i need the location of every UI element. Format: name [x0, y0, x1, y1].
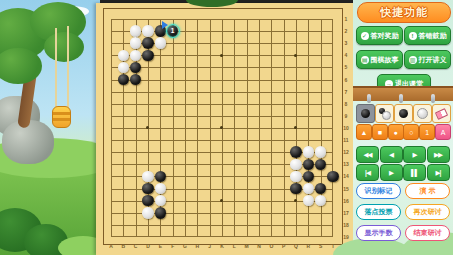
white-stone[interactable] — [290, 171, 302, 183]
black-stone[interactable] — [303, 159, 315, 171]
black-stone-tool-2[interactable] — [394, 104, 413, 123]
black-stone-icon — [399, 109, 408, 118]
action-button-label: 打开讲义 — [419, 55, 447, 65]
panel-title-banner: 快捷功能 — [357, 2, 451, 23]
black-stone-tool[interactable] — [356, 104, 375, 123]
white-stone-icon — [417, 108, 428, 119]
coordinate-column-label: L — [233, 243, 236, 249]
coordinate-column-label: T — [331, 243, 334, 249]
marker-tool-4[interactable]: ○ — [403, 124, 419, 140]
coordinate-row-label: 12 — [343, 149, 349, 155]
coordinate-row-label: 7 — [345, 89, 348, 95]
black-stone[interactable] — [155, 207, 167, 219]
pill-button-5[interactable]: 显示手数 — [356, 225, 401, 241]
coordinate-column-label: J — [208, 243, 211, 249]
coordinate-column-label: M — [245, 243, 249, 249]
coordinate-column-label: G — [183, 243, 187, 249]
white-stone[interactable] — [290, 159, 302, 171]
nav-button-fast-forward[interactable]: ▶▶ — [427, 146, 450, 163]
coordinate-row-label: 15 — [343, 186, 349, 192]
white-stone-icon — [382, 111, 391, 120]
white-stone[interactable] — [142, 25, 154, 37]
white-stone[interactable] — [142, 207, 154, 219]
black-stone[interactable] — [142, 37, 154, 49]
coordinate-column-label: Q — [294, 243, 298, 249]
coordinate-row-label: 3 — [345, 40, 348, 46]
nav-button-forward[interactable]: ▶ — [403, 146, 426, 163]
coordinate-column-label: A — [109, 243, 113, 249]
go-board[interactable]: 1ABCDEFGHJKLMNOPQRST12345678910111213141… — [96, 3, 353, 255]
coordinate-column-label: E — [159, 243, 162, 249]
coordinate-column-label: N — [257, 243, 261, 249]
action-button-check-badge[interactable]: ✓答对奖励 — [356, 26, 403, 45]
coordinate-row-label: 17 — [343, 210, 349, 216]
pill-button-6[interactable]: 结束研讨 — [405, 225, 450, 241]
alternate-stones-tool[interactable] — [375, 104, 394, 123]
coordinate-row-label: 6 — [345, 77, 348, 83]
nav-button-fast-back[interactable]: ◀◀ — [356, 146, 379, 163]
coordinate-column-label: R — [307, 243, 311, 249]
swing-rope — [55, 28, 57, 108]
black-stone-icon — [361, 109, 370, 118]
coordinate-row-label: 4 — [345, 52, 348, 58]
coordinate-row-label: 18 — [343, 222, 349, 228]
coordinate-row-label: 11 — [343, 137, 348, 143]
coordinate-column-label: B — [122, 243, 126, 249]
nav-button-play[interactable]: ▶ — [380, 164, 403, 181]
black-stone[interactable] — [290, 146, 302, 158]
nav-button-pause[interactable]: ▌▌ — [403, 164, 426, 181]
action-button-star-badge[interactable]: !答错鼓励 — [404, 26, 451, 45]
book-icon: ▤ — [361, 56, 369, 64]
coordinate-row-label: 19 — [343, 234, 349, 240]
action-button-label: 答错鼓励 — [419, 31, 447, 41]
coordinate-row-label: 10 — [343, 125, 349, 131]
marker-tool-6[interactable]: A — [435, 124, 451, 140]
coordinate-column-label: C — [134, 243, 138, 249]
marker-tool-3[interactable]: ● — [388, 124, 404, 140]
marker-tool-2[interactable]: ■ — [372, 124, 388, 140]
pill-button-2[interactable]: 演 示 — [405, 183, 450, 199]
check-badge-icon: ✓ — [361, 32, 369, 40]
eraser-tool[interactable] — [432, 104, 451, 123]
coordinate-row-label: 13 — [343, 161, 349, 167]
marker-tool-5[interactable]: 1 — [419, 124, 435, 140]
black-stone[interactable] — [290, 183, 302, 195]
white-stone[interactable] — [155, 37, 167, 49]
coordinate-column-label: S — [319, 243, 322, 249]
coordinate-column-label: O — [269, 243, 273, 249]
coordinate-column-label: F — [171, 243, 174, 249]
landscape-background — [0, 0, 100, 255]
marker-tool-1[interactable]: ▲ — [356, 124, 372, 140]
coordinate-row-label: 16 — [343, 198, 349, 204]
pin — [431, 94, 435, 103]
coordinate-column-label: H — [196, 243, 200, 249]
black-stone[interactable] — [327, 171, 339, 183]
white-stone[interactable] — [303, 146, 315, 158]
pill-button-1[interactable]: 识别标记 — [356, 183, 401, 199]
panel-title: 快捷功能 — [380, 5, 428, 20]
coordinate-row-label: 2 — [345, 28, 348, 34]
coordinate-row-label: 14 — [343, 173, 349, 179]
white-stone-tool[interactable] — [413, 104, 432, 123]
nav-button-last[interactable]: ▶| — [427, 164, 450, 181]
document-icon: ▥ — [409, 56, 417, 64]
coordinate-column-label: D — [146, 243, 150, 249]
coordinate-column-label: K — [220, 243, 224, 249]
pin — [399, 94, 403, 103]
black-stone[interactable] — [142, 50, 154, 62]
tree-foliage — [44, 32, 84, 62]
pin — [367, 94, 371, 103]
action-button-document[interactable]: ▥打开讲义 — [404, 50, 451, 69]
coordinate-row-label: 8 — [345, 101, 348, 107]
eraser-icon — [435, 108, 448, 120]
nav-button-first[interactable]: |◀ — [356, 164, 379, 181]
coordinate-column-label: P — [282, 243, 285, 249]
action-button-book[interactable]: ▤围棋故事 — [356, 50, 403, 69]
black-stone[interactable] — [142, 183, 154, 195]
control-panel: 快捷功能 ✓答对奖励!答错鼓励▤围棋故事▥打开讲义→退出课堂 ▲■●○1A ◀◀… — [353, 0, 453, 255]
action-button-label: 围棋故事 — [371, 55, 399, 65]
black-stone[interactable] — [142, 195, 154, 207]
coordinate-row-label: 5 — [345, 64, 348, 70]
rock — [2, 120, 54, 164]
go-teaching-app: 1ABCDEFGHJKLMNOPQRST12345678910111213141… — [0, 0, 453, 255]
beehive — [52, 106, 71, 128]
white-stone[interactable] — [118, 50, 130, 62]
nav-button-back[interactable]: ◀ — [380, 146, 403, 163]
coordinate-row-label: 9 — [345, 113, 348, 119]
pill-button-4[interactable]: 再次研讨 — [405, 204, 450, 220]
pill-button-3[interactable]: 落点投票 — [356, 204, 401, 220]
swing-rope — [67, 26, 69, 108]
star-badge-icon: ! — [409, 32, 417, 40]
coordinate-row-label: 1 — [345, 16, 348, 22]
white-stone[interactable] — [142, 171, 154, 183]
last-move-number: 1 — [171, 27, 175, 34]
last-move-pointer-icon — [162, 21, 168, 29]
action-button-label: 答对奖励 — [371, 31, 399, 41]
